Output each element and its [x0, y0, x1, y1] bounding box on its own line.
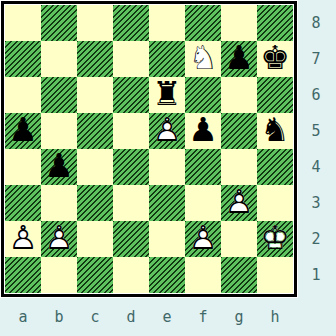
square-h4[interactable] — [257, 149, 293, 185]
square-e2[interactable] — [149, 221, 185, 257]
piece-black-king-h7[interactable]: ♚ — [257, 41, 293, 77]
piece-black-rook-e6[interactable]: ♜ — [149, 77, 185, 113]
white-pawn-outline: ♙ — [5, 221, 41, 257]
square-f7[interactable]: ♞♘ — [185, 41, 221, 77]
square-h6[interactable] — [257, 77, 293, 113]
square-a1[interactable] — [5, 257, 41, 293]
rank-label-1: 1 — [298, 257, 334, 293]
piece-black-knight-h5[interactable]: ♞ — [257, 113, 293, 149]
rank-label-8: 8 — [298, 5, 334, 41]
piece-white-knight-f7[interactable]: ♞♘ — [185, 41, 221, 77]
square-a4[interactable] — [5, 149, 41, 185]
square-f1[interactable] — [185, 257, 221, 293]
board-frame: ♞♘♟♚♜♟♟♙♟♞♟♟♙♟♙♟♙♟♙♚♔ — [0, 0, 298, 298]
square-b8[interactable] — [41, 5, 77, 41]
white-pawn-outline: ♙ — [185, 221, 221, 257]
rank-label-4: 4 — [298, 149, 334, 185]
square-e8[interactable] — [149, 5, 185, 41]
square-e7[interactable] — [149, 41, 185, 77]
chess-board: ♞♘♟♚♜♟♟♙♟♞♟♟♙♟♙♟♙♟♙♚♔ — [5, 5, 293, 293]
file-labels: abcdefgh — [5, 302, 293, 332]
white-pawn-outline: ♙ — [41, 221, 77, 257]
piece-black-pawn-a5[interactable]: ♟ — [5, 113, 41, 149]
square-f6[interactable] — [185, 77, 221, 113]
white-knight-outline: ♘ — [185, 41, 221, 77]
square-g6[interactable] — [221, 77, 257, 113]
white-pawn-outline: ♙ — [149, 113, 185, 149]
file-label-d: d — [113, 302, 149, 332]
square-a2[interactable]: ♟♙ — [5, 221, 41, 257]
piece-black-pawn-f5[interactable]: ♟ — [185, 113, 221, 149]
square-f5[interactable]: ♟ — [185, 113, 221, 149]
square-d3[interactable] — [113, 185, 149, 221]
file-label-h: h — [257, 302, 293, 332]
file-label-c: c — [77, 302, 113, 332]
file-label-g: g — [221, 302, 257, 332]
piece-white-pawn-f2[interactable]: ♟♙ — [185, 221, 221, 257]
black-knight-glyph: ♞ — [257, 113, 293, 149]
square-a6[interactable] — [5, 77, 41, 113]
square-f8[interactable] — [185, 5, 221, 41]
square-g8[interactable] — [221, 5, 257, 41]
square-c3[interactable] — [77, 185, 113, 221]
file-label-e: e — [149, 302, 185, 332]
square-h1[interactable] — [257, 257, 293, 293]
file-label-b: b — [41, 302, 77, 332]
rank-label-3: 3 — [298, 185, 334, 221]
rank-label-5: 5 — [298, 113, 334, 149]
piece-black-pawn-b4[interactable]: ♟ — [41, 149, 77, 185]
square-c8[interactable] — [77, 5, 113, 41]
square-g7[interactable]: ♟ — [221, 41, 257, 77]
file-label-a: a — [5, 302, 41, 332]
square-g2[interactable] — [221, 221, 257, 257]
square-c2[interactable] — [77, 221, 113, 257]
square-d5[interactable] — [113, 113, 149, 149]
board-border: ♞♘♟♚♜♟♟♙♟♞♟♟♙♟♙♟♙♟♙♚♔ — [1, 1, 297, 297]
black-rook-glyph: ♜ — [149, 77, 185, 113]
square-d8[interactable] — [113, 5, 149, 41]
square-d7[interactable] — [113, 41, 149, 77]
black-pawn-glyph: ♟ — [221, 41, 257, 77]
piece-white-king-h2[interactable]: ♚♔ — [257, 221, 293, 257]
square-a7[interactable] — [5, 41, 41, 77]
white-king-outline: ♔ — [257, 221, 293, 257]
square-f2[interactable]: ♟♙ — [185, 221, 221, 257]
square-e6[interactable]: ♜ — [149, 77, 185, 113]
square-e1[interactable] — [149, 257, 185, 293]
square-d4[interactable] — [113, 149, 149, 185]
square-g3[interactable]: ♟♙ — [221, 185, 257, 221]
piece-white-pawn-e5[interactable]: ♟♙ — [149, 113, 185, 149]
piece-white-pawn-g3[interactable]: ♟♙ — [221, 185, 257, 221]
square-a8[interactable] — [5, 5, 41, 41]
square-b2[interactable]: ♟♙ — [41, 221, 77, 257]
piece-white-pawn-b2[interactable]: ♟♙ — [41, 221, 77, 257]
rank-label-2: 2 — [298, 221, 334, 257]
black-pawn-glyph: ♟ — [5, 113, 41, 149]
piece-black-pawn-g7[interactable]: ♟ — [221, 41, 257, 77]
rank-labels: 87654321 — [298, 5, 334, 293]
chess-diagram: ♞♘♟♚♜♟♟♙♟♞♟♟♙♟♙♟♙♟♙♚♔ 87654321 abcdefgh — [0, 0, 336, 336]
square-b4[interactable]: ♟ — [41, 149, 77, 185]
square-f3[interactable] — [185, 185, 221, 221]
square-b7[interactable] — [41, 41, 77, 77]
square-g4[interactable] — [221, 149, 257, 185]
square-h7[interactable]: ♚ — [257, 41, 293, 77]
square-c1[interactable] — [77, 257, 113, 293]
square-c7[interactable] — [77, 41, 113, 77]
square-d2[interactable] — [113, 221, 149, 257]
square-g1[interactable] — [221, 257, 257, 293]
square-b3[interactable] — [41, 185, 77, 221]
square-c4[interactable] — [77, 149, 113, 185]
square-d6[interactable] — [113, 77, 149, 113]
square-e5[interactable]: ♟♙ — [149, 113, 185, 149]
square-c6[interactable] — [77, 77, 113, 113]
rank-label-6: 6 — [298, 77, 334, 113]
square-e4[interactable] — [149, 149, 185, 185]
square-e3[interactable] — [149, 185, 185, 221]
square-c5[interactable] — [77, 113, 113, 149]
square-a3[interactable] — [5, 185, 41, 221]
square-f4[interactable] — [185, 149, 221, 185]
square-d1[interactable] — [113, 257, 149, 293]
file-label-f: f — [185, 302, 221, 332]
square-h5[interactable]: ♞ — [257, 113, 293, 149]
white-pawn-outline: ♙ — [221, 185, 257, 221]
square-h3[interactable] — [257, 185, 293, 221]
piece-white-pawn-a2[interactable]: ♟♙ — [5, 221, 41, 257]
black-king-glyph: ♚ — [257, 41, 293, 77]
square-b1[interactable] — [41, 257, 77, 293]
square-h8[interactable] — [257, 5, 293, 41]
square-g5[interactable] — [221, 113, 257, 149]
square-b6[interactable] — [41, 77, 77, 113]
square-a5[interactable]: ♟ — [5, 113, 41, 149]
rank-label-7: 7 — [298, 41, 334, 77]
square-b5[interactable] — [41, 113, 77, 149]
square-h2[interactable]: ♚♔ — [257, 221, 293, 257]
black-pawn-glyph: ♟ — [185, 113, 221, 149]
black-pawn-glyph: ♟ — [41, 149, 77, 185]
